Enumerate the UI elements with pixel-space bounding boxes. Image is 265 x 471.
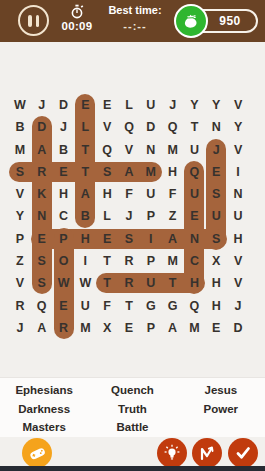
arrow-m-icon xyxy=(198,444,216,462)
grid-cell[interactable]: S xyxy=(118,228,140,250)
grid-cell[interactable]: J xyxy=(162,94,184,116)
grid-cell[interactable]: S xyxy=(205,183,227,205)
lightbulb-icon xyxy=(162,443,182,463)
grid-cell[interactable]: L xyxy=(96,205,118,227)
grid-cell[interactable]: P xyxy=(53,228,75,250)
grid-cell[interactable]: T xyxy=(118,294,140,316)
grid-cell[interactable]: L xyxy=(74,116,96,138)
grid-cell[interactable]: U xyxy=(184,183,206,205)
grid-cell[interactable]: N xyxy=(140,139,162,161)
grid-cell[interactable]: Z xyxy=(9,250,31,272)
grid-cell[interactable]: W xyxy=(9,94,31,116)
grid-cell[interactable]: T xyxy=(162,272,184,294)
grid-cell[interactable]: N xyxy=(31,205,53,227)
grid-cell[interactable]: P xyxy=(9,228,31,250)
grid-cell[interactable]: K xyxy=(31,183,53,205)
grid-cell[interactable]: J xyxy=(118,205,140,227)
grid-cell[interactable]: A xyxy=(162,317,184,339)
word-list-item: Truth xyxy=(118,400,147,419)
grid-cell[interactable]: S xyxy=(96,161,118,183)
grid-cell[interactable]: Q xyxy=(31,294,53,316)
grid-cell[interactable]: V xyxy=(227,272,249,294)
grid-cell[interactable]: E xyxy=(31,228,53,250)
best-time: Best time: --:-- xyxy=(103,4,167,32)
grid-cell[interactable]: E xyxy=(96,94,118,116)
grid-cell[interactable]: W xyxy=(53,272,75,294)
word-list-column: EphesiansDarknessMasters xyxy=(0,381,88,437)
grid-cell[interactable]: F xyxy=(162,183,184,205)
grid-cell[interactable]: N xyxy=(205,116,227,138)
grid-cell[interactable]: M xyxy=(162,250,184,272)
grid-cell[interactable]: B xyxy=(53,139,75,161)
grid-cell[interactable]: E xyxy=(184,205,206,227)
grid-cell[interactable]: H xyxy=(184,272,206,294)
grid-cell[interactable]: U xyxy=(227,205,249,227)
grid-cell[interactable]: T xyxy=(184,116,206,138)
grid-cell[interactable]: R xyxy=(9,294,31,316)
word-list-item: Quench xyxy=(111,381,154,400)
best-time-label: Best time: xyxy=(103,4,167,16)
word-list-item: Jesus xyxy=(205,381,238,400)
word-list-item: Battle xyxy=(117,418,149,437)
grid-cell[interactable]: H xyxy=(205,272,227,294)
grid-cell[interactable]: U xyxy=(184,139,206,161)
money-bag-icon xyxy=(174,4,208,38)
grid-cell[interactable]: I xyxy=(227,161,249,183)
word-list-column: QuenchTruthBattle xyxy=(88,381,176,437)
grid-cell[interactable]: A xyxy=(162,228,184,250)
grid-cell[interactable]: S xyxy=(31,250,53,272)
grid-cell[interactable]: M xyxy=(140,161,162,183)
grid-cell[interactable]: A xyxy=(31,317,53,339)
word-list-item: Darkness xyxy=(18,400,70,419)
pause-button[interactable] xyxy=(18,5,49,36)
grid-cell[interactable]: U xyxy=(140,183,162,205)
grid-cell[interactable]: C xyxy=(53,205,75,227)
grid-cell[interactable]: V xyxy=(9,272,31,294)
grid-cell[interactable]: B xyxy=(9,116,31,138)
grid-cell[interactable]: J xyxy=(31,94,53,116)
grid-cell[interactable]: Q xyxy=(162,116,184,138)
word-list-item: Masters xyxy=(22,418,65,437)
grid-cell[interactable]: G xyxy=(140,294,162,316)
grid-cell[interactable]: Y xyxy=(184,94,206,116)
grid-cell[interactable]: E xyxy=(53,294,75,316)
grid-cell[interactable]: B xyxy=(74,205,96,227)
grid-cell[interactable]: P xyxy=(140,317,162,339)
grid-cell[interactable]: M xyxy=(162,139,184,161)
grid-cell[interactable]: M xyxy=(9,139,31,161)
games-button[interactable] xyxy=(22,438,52,468)
grid-cell[interactable]: T xyxy=(74,139,96,161)
grid-cell[interactable]: P xyxy=(140,250,162,272)
grid-cell[interactable]: S xyxy=(205,228,227,250)
grid-cell[interactable]: H xyxy=(74,228,96,250)
gamepad-icon xyxy=(24,440,49,465)
grid-cell[interactable]: Q xyxy=(96,139,118,161)
grid-cell[interactable]: I xyxy=(74,250,96,272)
best-time-value: --:-- xyxy=(103,20,167,32)
pause-icon xyxy=(28,15,32,27)
grid-cell[interactable]: N xyxy=(184,228,206,250)
first-letter-hint-button[interactable] xyxy=(192,438,222,468)
word-search-screen: 00:09 Best time: --:-- 950 WJDEELUJYYVBD… xyxy=(0,0,265,471)
grid-cell[interactable]: Q xyxy=(184,294,206,316)
coins-button[interactable]: 950 xyxy=(174,3,258,39)
grid-cell[interactable]: V xyxy=(118,139,140,161)
grid-cell[interactable]: J xyxy=(53,116,75,138)
grid-cell[interactable]: U xyxy=(205,205,227,227)
grid-cell[interactable]: A xyxy=(118,161,140,183)
grid-cell[interactable]: F xyxy=(96,294,118,316)
grid-cell[interactable]: Y xyxy=(205,94,227,116)
grid-cell[interactable]: M xyxy=(74,317,96,339)
grid-cell[interactable]: E xyxy=(74,94,96,116)
grid-cell[interactable]: C xyxy=(184,250,206,272)
grid-cell[interactable]: V xyxy=(96,116,118,138)
grid-cell[interactable]: E xyxy=(205,317,227,339)
grid-cell[interactable]: F xyxy=(118,183,140,205)
grid-cell[interactable]: A xyxy=(31,139,53,161)
grid-cell[interactable]: N xyxy=(227,183,249,205)
hint-button[interactable] xyxy=(157,438,187,468)
top-bar: 00:09 Best time: --:-- 950 xyxy=(0,0,265,42)
grid-cell[interactable]: V xyxy=(227,139,249,161)
grid-cell[interactable]: H xyxy=(205,294,227,316)
grid-cell[interactable]: A xyxy=(74,183,96,205)
grid-cell[interactable]: H xyxy=(53,183,75,205)
grid-cell[interactable]: S xyxy=(31,272,53,294)
elapsed-time: 00:09 xyxy=(55,20,99,32)
grid-cell[interactable]: D xyxy=(53,94,75,116)
grid-cell[interactable]: V xyxy=(9,183,31,205)
grid-cell[interactable]: O xyxy=(53,250,75,272)
grid-cell[interactable]: W xyxy=(74,272,96,294)
grid-cell[interactable]: U xyxy=(140,272,162,294)
grid-cell[interactable]: H xyxy=(227,228,249,250)
grid-cell[interactable]: X xyxy=(205,250,227,272)
grid-cell[interactable]: Y xyxy=(227,116,249,138)
stopwatch-icon xyxy=(70,4,85,19)
word-list-item: Ephesians xyxy=(15,381,73,400)
bottom-toolbar xyxy=(0,437,265,466)
grid-cell[interactable]: V xyxy=(227,94,249,116)
grid-cell[interactable]: R xyxy=(31,161,53,183)
grid-cell[interactable]: D xyxy=(227,317,249,339)
grid-cell[interactable]: Q xyxy=(184,161,206,183)
grid-cell[interactable]: D xyxy=(140,116,162,138)
grid-cell[interactable]: S xyxy=(9,161,31,183)
word-list: EphesiansDarknessMastersQuenchTruthBattl… xyxy=(0,377,265,437)
grid-cell[interactable]: E xyxy=(96,228,118,250)
word-list-column: JesusPower xyxy=(177,381,265,437)
letter-grid: WJDEELUJYYVBDJLVQDQTNYMABTQVNMUJVSRETSAM… xyxy=(9,94,249,339)
grid-cell[interactable]: U xyxy=(140,94,162,116)
confirm-button[interactable] xyxy=(228,438,258,468)
grid-cell[interactable]: U xyxy=(74,294,96,316)
check-icon xyxy=(233,443,253,463)
grid-cell[interactable]: H xyxy=(162,161,184,183)
grid-cell[interactable]: E xyxy=(53,161,75,183)
grid-cell[interactable]: E xyxy=(205,161,227,183)
grid-cell[interactable]: V xyxy=(227,250,249,272)
grid-cell[interactable]: Z xyxy=(162,205,184,227)
grid-cell[interactable]: R xyxy=(118,250,140,272)
grid-cell[interactable]: P xyxy=(140,205,162,227)
grid-cell[interactable]: D xyxy=(31,116,53,138)
grid-cell[interactable]: X xyxy=(96,317,118,339)
bottom-edge-bar xyxy=(0,466,265,471)
grid-cell[interactable]: J xyxy=(205,139,227,161)
grid-cell[interactable]: G xyxy=(162,294,184,316)
grid-cell[interactable]: Q xyxy=(118,116,140,138)
grid-cell[interactable]: L xyxy=(118,94,140,116)
grid-cell[interactable]: H xyxy=(96,183,118,205)
grid-cell[interactable]: M xyxy=(184,317,206,339)
grid-cell[interactable]: T xyxy=(96,250,118,272)
grid-cell[interactable]: J xyxy=(227,294,249,316)
grid-cell[interactable]: I xyxy=(140,228,162,250)
word-list-item: Power xyxy=(204,400,239,419)
grid-cell[interactable]: T xyxy=(74,161,96,183)
grid-cell[interactable]: Y xyxy=(9,205,31,227)
grid-cell[interactable]: T xyxy=(96,272,118,294)
grid-cell[interactable]: E xyxy=(118,317,140,339)
grid-cell[interactable]: R xyxy=(53,317,75,339)
grid-cell[interactable]: R xyxy=(118,272,140,294)
timer: 00:09 xyxy=(55,2,99,32)
grid-cell[interactable]: J xyxy=(9,317,31,339)
